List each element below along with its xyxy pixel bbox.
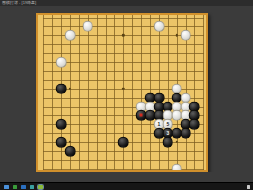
title-bar: 围棋打谱 - [19路盘] [0,0,253,6]
white-stone [154,21,165,32]
grid-vline [141,15,142,170]
black-stone [118,137,129,148]
white-stone [65,30,76,41]
grid-vline [194,15,195,170]
black-stone [180,128,191,139]
grid-vline [203,15,204,170]
screen: 围棋打谱 - [19路盘] 153 100 100/100 ◀◀ ▶▶ 播放 分… [0,0,253,190]
app-go-active-icon[interactable] [38,185,43,190]
white-stone [180,30,191,41]
grid-vline [88,15,89,170]
app-teal-icon[interactable] [30,185,35,190]
white-stone [82,21,93,32]
last-move-marker [140,114,143,117]
start-icon[interactable] [4,185,9,190]
grid-vline [97,15,98,170]
black-stone [65,146,76,157]
grid-hline [43,160,204,161]
black-stone [56,137,67,148]
taskbar [0,182,253,190]
go-board[interactable]: 153 [36,13,208,172]
black-stone [163,137,174,148]
tray-icon[interactable] [247,185,251,189]
grid-vline [43,15,44,170]
black-stone [189,119,200,130]
app-green-icon[interactable] [13,185,18,190]
grid-vline [79,15,80,170]
white-stone [171,164,182,173]
window-title: 围棋打谱 - [19路盘] [2,0,36,5]
control-bar: 100 100/100 ◀◀ ▶▶ 播放 分析 保存棋谱 [0,172,253,182]
white-stone [56,57,67,68]
grid-vline [132,15,133,170]
grid-vline [114,15,115,170]
grid-vline [52,15,53,170]
black-stone [56,119,67,130]
black-stone [56,83,67,94]
grid-vline [106,15,107,170]
app-blue-icon[interactable] [21,185,26,190]
